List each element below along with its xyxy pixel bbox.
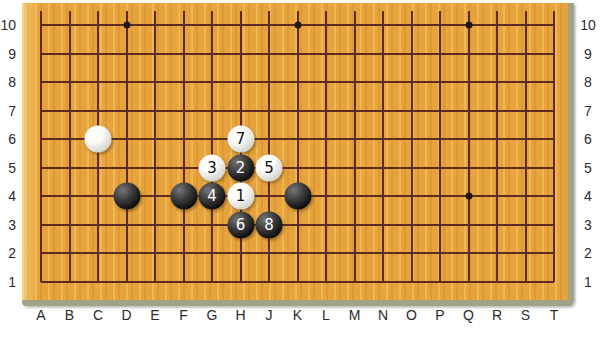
intersection-B5[interactable] (55, 153, 84, 182)
intersection-P8[interactable] (426, 68, 455, 97)
intersection-H3[interactable]: 6 (226, 210, 255, 239)
intersection-E4[interactable] (141, 182, 170, 211)
black-stone-F4 (170, 183, 197, 210)
intersection-E10[interactable] (141, 11, 170, 40)
column-label-G: G (201, 306, 223, 324)
intersection-T1[interactable] (540, 267, 569, 296)
white-stone-C6 (85, 126, 112, 153)
intersection-S5[interactable] (511, 153, 540, 182)
row-label-left-9: 9 (0, 45, 16, 63)
row-label-left-6: 6 (0, 130, 16, 148)
intersection-E2[interactable] (141, 239, 170, 268)
intersection-A3[interactable] (27, 210, 56, 239)
intersection-S6[interactable] (511, 125, 540, 154)
row-label-right-5: 5 (578, 159, 598, 177)
intersection-B4[interactable] (55, 182, 84, 211)
intersection-R7[interactable] (483, 96, 512, 125)
star-point-Q4 (465, 193, 472, 200)
row-label-right-6: 6 (578, 130, 598, 148)
row-label-right-8: 8 (578, 73, 598, 91)
column-label-J: J (258, 306, 280, 324)
intersection-M10[interactable] (340, 11, 369, 40)
intersection-D3[interactable] (112, 210, 141, 239)
intersection-J4[interactable] (255, 182, 284, 211)
column-label-A: A (30, 306, 52, 324)
intersection-B2[interactable] (55, 239, 84, 268)
intersection-D8[interactable] (112, 68, 141, 97)
intersection-H6[interactable]: 7 (226, 125, 255, 154)
column-label-M: M (344, 306, 366, 324)
intersection-J8[interactable] (255, 68, 284, 97)
intersection-C8[interactable] (84, 68, 113, 97)
intersection-E6[interactable] (141, 125, 170, 154)
intersection-G10[interactable] (198, 11, 227, 40)
intersection-R5[interactable] (483, 153, 512, 182)
intersection-R8[interactable] (483, 68, 512, 97)
row-label-left-3: 3 (0, 216, 16, 234)
intersection-S1[interactable] (511, 267, 540, 296)
intersection-H1[interactable] (226, 267, 255, 296)
column-label-E: E (144, 306, 166, 324)
intersection-S2[interactable] (511, 239, 540, 268)
row-label-right-10: 10 (578, 16, 598, 34)
intersection-A10[interactable] (27, 11, 56, 40)
star-point-Q10 (465, 22, 472, 29)
intersection-R4[interactable] (483, 182, 512, 211)
row-label-left-10: 10 (0, 16, 16, 34)
intersection-J9[interactable] (255, 39, 284, 68)
intersection-D4[interactable] (112, 182, 141, 211)
intersection-B6[interactable] (55, 125, 84, 154)
black-stone-D4 (113, 183, 140, 210)
column-label-P: P (429, 306, 451, 324)
row-label-left-4: 4 (0, 187, 16, 205)
move-6-black-stone-H3: 6 (227, 211, 254, 238)
move-4-black-stone-G4: 4 (199, 183, 226, 210)
intersection-H7[interactable] (226, 96, 255, 125)
intersection-Q10[interactable] (454, 11, 483, 40)
intersection-T3[interactable] (540, 210, 569, 239)
intersection-O8[interactable] (397, 68, 426, 97)
intersection-G6[interactable] (198, 125, 227, 154)
intersection-D2[interactable] (112, 239, 141, 268)
move-2-black-stone-H5: 2 (227, 154, 254, 181)
intersection-L3[interactable] (312, 210, 341, 239)
intersection-A8[interactable] (27, 68, 56, 97)
column-label-D: D (116, 306, 138, 324)
intersection-E1[interactable] (141, 267, 170, 296)
intersection-K1[interactable] (283, 267, 312, 296)
intersection-J6[interactable] (255, 125, 284, 154)
intersection-C7[interactable] (84, 96, 113, 125)
intersection-C10[interactable] (84, 11, 113, 40)
intersection-B3[interactable] (55, 210, 84, 239)
star-point-K10 (294, 22, 301, 29)
intersection-P4[interactable] (426, 182, 455, 211)
intersection-P6[interactable] (426, 125, 455, 154)
intersection-C5[interactable] (84, 153, 113, 182)
intersection-R1[interactable] (483, 267, 512, 296)
move-7-white-stone-H6: 7 (227, 126, 254, 153)
intersection-O9[interactable] (397, 39, 426, 68)
intersection-C6[interactable] (84, 125, 113, 154)
intersection-S8[interactable] (511, 68, 540, 97)
intersection-P7[interactable] (426, 96, 455, 125)
column-label-Q: Q (458, 306, 480, 324)
row-label-right-2: 2 (578, 244, 598, 262)
intersection-M8[interactable] (340, 68, 369, 97)
intersection-O6[interactable] (397, 125, 426, 154)
move-8-black-stone-J3: 8 (256, 211, 283, 238)
intersection-N8[interactable] (369, 68, 398, 97)
intersection-O1[interactable] (397, 267, 426, 296)
intersection-D5[interactable] (112, 153, 141, 182)
intersection-N5[interactable] (369, 153, 398, 182)
intersection-F3[interactable] (169, 210, 198, 239)
intersection-F7[interactable] (169, 96, 198, 125)
intersection-B8[interactable] (55, 68, 84, 97)
column-label-T: T (543, 306, 565, 324)
row-label-right-7: 7 (578, 102, 598, 120)
intersection-S9[interactable] (511, 39, 540, 68)
intersection-H5[interactable]: 2 (226, 153, 255, 182)
intersection-R3[interactable] (483, 210, 512, 239)
intersection-N9[interactable] (369, 39, 398, 68)
intersection-G7[interactable] (198, 96, 227, 125)
intersection-Q9[interactable] (454, 39, 483, 68)
intersection-F8[interactable] (169, 68, 198, 97)
intersection-F2[interactable] (169, 239, 198, 268)
intersection-N4[interactable] (369, 182, 398, 211)
intersection-T5[interactable] (540, 153, 569, 182)
intersection-P10[interactable] (426, 11, 455, 40)
intersection-Q8[interactable] (454, 68, 483, 97)
intersection-T2[interactable] (540, 239, 569, 268)
intersection-G9[interactable] (198, 39, 227, 68)
intersection-Q3[interactable] (454, 210, 483, 239)
intersection-Q5[interactable] (454, 153, 483, 182)
intersection-F1[interactable] (169, 267, 198, 296)
intersection-S3[interactable] (511, 210, 540, 239)
intersection-M5[interactable] (340, 153, 369, 182)
intersection-R10[interactable] (483, 11, 512, 40)
row-label-right-4: 4 (578, 187, 598, 205)
intersection-A7[interactable] (27, 96, 56, 125)
intersection-A5[interactable] (27, 153, 56, 182)
intersection-N7[interactable] (369, 96, 398, 125)
intersection-G8[interactable] (198, 68, 227, 97)
move-5-white-stone-J5: 5 (256, 154, 283, 181)
intersection-H4[interactable]: 1 (226, 182, 255, 211)
column-label-S: S (515, 306, 537, 324)
column-label-O: O (401, 306, 423, 324)
intersection-M7[interactable] (340, 96, 369, 125)
intersection-H2[interactable] (226, 239, 255, 268)
intersection-A9[interactable] (27, 39, 56, 68)
intersection-A6[interactable] (27, 125, 56, 154)
intersection-N10[interactable] (369, 11, 398, 40)
intersection-L4[interactable] (312, 182, 341, 211)
intersection-Q2[interactable] (454, 239, 483, 268)
black-stone-K4 (284, 183, 311, 210)
column-label-H: H (230, 306, 252, 324)
intersection-D1[interactable] (112, 267, 141, 296)
row-label-left-1: 1 (0, 273, 16, 291)
intersection-Q7[interactable] (454, 96, 483, 125)
intersection-C2[interactable] (84, 239, 113, 268)
row-label-left-7: 7 (0, 102, 16, 120)
intersection-R2[interactable] (483, 239, 512, 268)
intersection-O10[interactable] (397, 11, 426, 40)
row-label-left-2: 2 (0, 244, 16, 262)
intersection-C1[interactable] (84, 267, 113, 296)
intersection-E5[interactable] (141, 153, 170, 182)
row-label-right-9: 9 (578, 45, 598, 63)
intersection-B10[interactable] (55, 11, 84, 40)
column-label-B: B (59, 306, 81, 324)
intersection-T9[interactable] (540, 39, 569, 68)
row-label-left-5: 5 (0, 159, 16, 177)
intersection-E8[interactable] (141, 68, 170, 97)
intersection-G5[interactable]: 3 (198, 153, 227, 182)
intersection-B9[interactable] (55, 39, 84, 68)
intersection-C9[interactable] (84, 39, 113, 68)
intersection-Q4[interactable] (454, 182, 483, 211)
intersection-K7[interactable] (283, 96, 312, 125)
intersection-J10[interactable] (255, 11, 284, 40)
intersection-L1[interactable] (312, 267, 341, 296)
intersection-G3[interactable] (198, 210, 227, 239)
intersection-T7[interactable] (540, 96, 569, 125)
intersection-N1[interactable] (369, 267, 398, 296)
column-label-L: L (315, 306, 337, 324)
intersection-A1[interactable] (27, 267, 56, 296)
intersection-N6[interactable] (369, 125, 398, 154)
intersection-M9[interactable] (340, 39, 369, 68)
column-label-R: R (486, 306, 508, 324)
move-3-white-stone-G5: 3 (199, 154, 226, 181)
intersection-P1[interactable] (426, 267, 455, 296)
intersection-L5[interactable] (312, 153, 341, 182)
intersection-M4[interactable] (340, 182, 369, 211)
intersection-S10[interactable] (511, 11, 540, 40)
intersection-H10[interactable] (226, 11, 255, 40)
intersection-E3[interactable] (141, 210, 170, 239)
intersection-P3[interactable] (426, 210, 455, 239)
intersection-M3[interactable] (340, 210, 369, 239)
intersection-K3[interactable] (283, 210, 312, 239)
intersection-M2[interactable] (340, 239, 369, 268)
intersection-R6[interactable] (483, 125, 512, 154)
row-label-right-1: 1 (578, 273, 598, 291)
column-label-C: C (87, 306, 109, 324)
intersection-B7[interactable] (55, 96, 84, 125)
intersection-G1[interactable] (198, 267, 227, 296)
intersection-T10[interactable] (540, 11, 569, 40)
intersection-L6[interactable] (312, 125, 341, 154)
intersection-G4[interactable]: 4 (198, 182, 227, 211)
intersection-K9[interactable] (283, 39, 312, 68)
intersection-K10[interactable] (283, 11, 312, 40)
intersection-D7[interactable] (112, 96, 141, 125)
intersection-F4[interactable] (169, 182, 198, 211)
intersection-J7[interactable] (255, 96, 284, 125)
intersection-D9[interactable] (112, 39, 141, 68)
intersection-L2[interactable] (312, 239, 341, 268)
column-label-F: F (173, 306, 195, 324)
column-label-N: N (372, 306, 394, 324)
intersection-E7[interactable] (141, 96, 170, 125)
intersection-D6[interactable] (112, 125, 141, 154)
intersection-J1[interactable] (255, 267, 284, 296)
intersection-K5[interactable] (283, 153, 312, 182)
intersection-O2[interactable] (397, 239, 426, 268)
intersection-O5[interactable] (397, 153, 426, 182)
go-diagram-page: 73254168 1010998877665544332211ABCDEFGHJ… (0, 0, 600, 340)
intersection-F6[interactable] (169, 125, 198, 154)
intersection-T6[interactable] (540, 125, 569, 154)
go-board: 73254168 (22, 3, 574, 306)
intersection-N3[interactable] (369, 210, 398, 239)
intersection-F5[interactable] (169, 153, 198, 182)
intersection-A2[interactable] (27, 239, 56, 268)
intersection-P5[interactable] (426, 153, 455, 182)
star-point-D10 (123, 22, 130, 29)
intersection-T8[interactable] (540, 68, 569, 97)
intersection-F9[interactable] (169, 39, 198, 68)
intersection-D10[interactable] (112, 11, 141, 40)
intersection-Q1[interactable] (454, 267, 483, 296)
intersection-O4[interactable] (397, 182, 426, 211)
intersection-N2[interactable] (369, 239, 398, 268)
intersection-C3[interactable] (84, 210, 113, 239)
intersection-P2[interactable] (426, 239, 455, 268)
intersection-H8[interactable] (226, 68, 255, 97)
intersection-S7[interactable] (511, 96, 540, 125)
intersection-M1[interactable] (340, 267, 369, 296)
intersection-A4[interactable] (27, 182, 56, 211)
intersection-C4[interactable] (84, 182, 113, 211)
intersection-G2[interactable] (198, 239, 227, 268)
intersection-O3[interactable] (397, 210, 426, 239)
intersection-F10[interactable] (169, 11, 198, 40)
intersection-T4[interactable] (540, 182, 569, 211)
intersection-B1[interactable] (55, 267, 84, 296)
intersection-S4[interactable] (511, 182, 540, 211)
intersection-L10[interactable] (312, 11, 341, 40)
intersection-E9[interactable] (141, 39, 170, 68)
intersection-L9[interactable] (312, 39, 341, 68)
move-1-white-stone-H4: 1 (227, 183, 254, 210)
intersection-K2[interactable] (283, 239, 312, 268)
intersection-K6[interactable] (283, 125, 312, 154)
row-label-right-3: 3 (578, 216, 598, 234)
intersection-L8[interactable] (312, 68, 341, 97)
intersection-R9[interactable] (483, 39, 512, 68)
intersection-P9[interactable] (426, 39, 455, 68)
board-grid: 73254168 (27, 11, 569, 296)
intersection-K4[interactable] (283, 182, 312, 211)
intersection-J3[interactable]: 8 (255, 210, 284, 239)
intersection-O7[interactable] (397, 96, 426, 125)
intersection-H9[interactable] (226, 39, 255, 68)
row-label-left-8: 8 (0, 73, 16, 91)
column-label-K: K (287, 306, 309, 324)
intersection-J5[interactable]: 5 (255, 153, 284, 182)
intersection-M6[interactable] (340, 125, 369, 154)
intersection-Q6[interactable] (454, 125, 483, 154)
intersection-K8[interactable] (283, 68, 312, 97)
intersection-L7[interactable] (312, 96, 341, 125)
intersection-J2[interactable] (255, 239, 284, 268)
